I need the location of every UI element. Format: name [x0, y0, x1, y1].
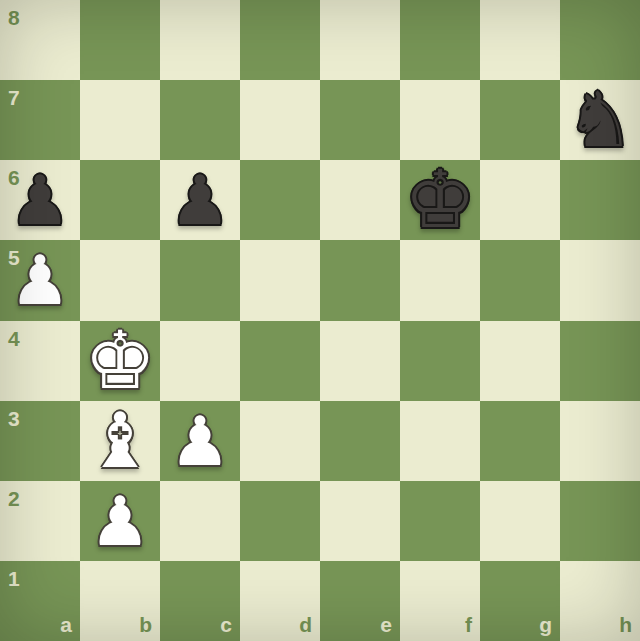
rank-label-7: 7: [8, 87, 20, 108]
square-c1[interactable]: c: [160, 561, 240, 641]
square-d2[interactable]: [240, 481, 320, 561]
square-h8[interactable]: [560, 0, 640, 80]
piece-white-pawn[interactable]: ♟: [90, 487, 151, 555]
piece-white-bishop[interactable]: ♝: [86, 403, 154, 479]
square-f8[interactable]: [400, 0, 480, 80]
square-d1[interactable]: d: [240, 561, 320, 641]
square-f2[interactable]: [400, 481, 480, 561]
file-label-b: b: [139, 614, 152, 635]
square-g7[interactable]: [480, 80, 560, 160]
square-g8[interactable]: [480, 0, 560, 80]
square-g4[interactable]: [480, 321, 560, 401]
square-h7[interactable]: ♞: [560, 80, 640, 160]
file-label-a: a: [60, 614, 72, 635]
square-a2[interactable]: 2: [0, 481, 80, 561]
square-g3[interactable]: [480, 401, 560, 481]
square-a8[interactable]: 8: [0, 0, 80, 80]
square-h3[interactable]: [560, 401, 640, 481]
piece-white-king[interactable]: ♚: [84, 321, 156, 401]
square-b4[interactable]: ♚: [80, 321, 160, 401]
square-b7[interactable]: [80, 80, 160, 160]
square-e1[interactable]: e: [320, 561, 400, 641]
square-c2[interactable]: [160, 481, 240, 561]
square-e6[interactable]: [320, 160, 400, 240]
square-c6[interactable]: ♟: [160, 160, 240, 240]
square-f7[interactable]: [400, 80, 480, 160]
piece-black-king[interactable]: ♚: [404, 160, 476, 240]
square-d7[interactable]: [240, 80, 320, 160]
square-g5[interactable]: [480, 240, 560, 320]
rank-label-1: 1: [8, 568, 20, 589]
square-b8[interactable]: [80, 0, 160, 80]
file-label-c: c: [220, 614, 232, 635]
square-h5[interactable]: [560, 240, 640, 320]
square-d4[interactable]: [240, 321, 320, 401]
square-e5[interactable]: [320, 240, 400, 320]
square-g1[interactable]: g: [480, 561, 560, 641]
square-f4[interactable]: [400, 321, 480, 401]
square-h6[interactable]: [560, 160, 640, 240]
square-h2[interactable]: [560, 481, 640, 561]
rank-label-2: 2: [8, 488, 20, 509]
square-e8[interactable]: [320, 0, 400, 80]
square-e3[interactable]: [320, 401, 400, 481]
square-g2[interactable]: [480, 481, 560, 561]
square-f5[interactable]: [400, 240, 480, 320]
square-a3[interactable]: 3: [0, 401, 80, 481]
square-a6[interactable]: 6♟: [0, 160, 80, 240]
square-g6[interactable]: [480, 160, 560, 240]
square-c8[interactable]: [160, 0, 240, 80]
rank-label-8: 8: [8, 7, 20, 28]
piece-white-pawn[interactable]: ♟: [10, 246, 71, 314]
square-a7[interactable]: 7: [0, 80, 80, 160]
file-label-f: f: [465, 614, 472, 635]
piece-black-pawn[interactable]: ♟: [10, 166, 71, 234]
square-b1[interactable]: b: [80, 561, 160, 641]
file-label-h: h: [619, 614, 632, 635]
file-label-e: e: [380, 614, 392, 635]
square-f6[interactable]: ♚: [400, 160, 480, 240]
square-a5[interactable]: 5♟: [0, 240, 80, 320]
square-h4[interactable]: [560, 321, 640, 401]
piece-black-pawn[interactable]: ♟: [170, 166, 231, 234]
square-d6[interactable]: [240, 160, 320, 240]
square-a1[interactable]: 1a: [0, 561, 80, 641]
square-b6[interactable]: [80, 160, 160, 240]
square-a4[interactable]: 4: [0, 321, 80, 401]
chess-board-screenshot: 87♞6♟♟♚5♟4♚3♝♟2♟1abcdefgh: [0, 0, 640, 641]
square-b3[interactable]: ♝: [80, 401, 160, 481]
piece-white-pawn[interactable]: ♟: [170, 407, 231, 475]
square-d3[interactable]: [240, 401, 320, 481]
square-c3[interactable]: ♟: [160, 401, 240, 481]
rank-label-4: 4: [8, 328, 20, 349]
chess-board: 87♞6♟♟♚5♟4♚3♝♟2♟1abcdefgh: [0, 0, 640, 641]
square-f3[interactable]: [400, 401, 480, 481]
square-b5[interactable]: [80, 240, 160, 320]
square-h1[interactable]: h: [560, 561, 640, 641]
file-label-d: d: [299, 614, 312, 635]
square-f1[interactable]: f: [400, 561, 480, 641]
square-e4[interactable]: [320, 321, 400, 401]
file-label-g: g: [539, 614, 552, 635]
square-d8[interactable]: [240, 0, 320, 80]
piece-black-knight[interactable]: ♞: [566, 82, 634, 158]
rank-label-3: 3: [8, 408, 20, 429]
square-e7[interactable]: [320, 80, 400, 160]
square-c7[interactable]: [160, 80, 240, 160]
square-c4[interactable]: [160, 321, 240, 401]
square-b2[interactable]: ♟: [80, 481, 160, 561]
square-d5[interactable]: [240, 240, 320, 320]
square-e2[interactable]: [320, 481, 400, 561]
square-c5[interactable]: [160, 240, 240, 320]
